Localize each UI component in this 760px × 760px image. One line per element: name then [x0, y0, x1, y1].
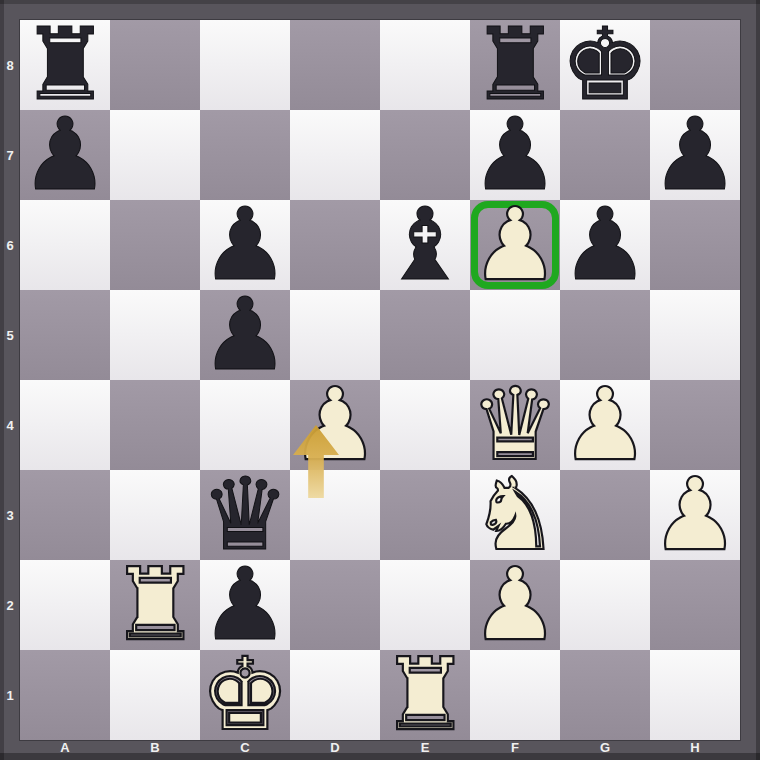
square-a4[interactable]: [20, 380, 110, 470]
piece-white-pawn[interactable]: ♟: [290, 380, 380, 470]
piece-white-pawn[interactable]: ♟: [560, 380, 650, 470]
piece-black-pawn[interactable]: ♟: [650, 110, 740, 200]
square-c5[interactable]: ♟: [200, 290, 290, 380]
square-b7[interactable]: [110, 110, 200, 200]
piece-white-king[interactable]: ♚: [200, 650, 290, 740]
square-d6[interactable]: [290, 200, 380, 290]
square-c1[interactable]: ♚: [200, 650, 290, 740]
square-d3[interactable]: [290, 470, 380, 560]
square-h1[interactable]: [650, 650, 740, 740]
square-d1[interactable]: [290, 650, 380, 740]
square-g1[interactable]: [560, 650, 650, 740]
square-b6[interactable]: [110, 200, 200, 290]
chess-board-frame: ♜♜♚♟♟♟♟♝♟♟♟♟♛♟♛♞♟♜♟♟♚♜ 87654321 ABCDEFGH: [0, 0, 760, 760]
square-h2[interactable]: [650, 560, 740, 650]
square-a7[interactable]: ♟: [20, 110, 110, 200]
rank-label-3: 3: [0, 470, 20, 560]
square-a6[interactable]: [20, 200, 110, 290]
square-a5[interactable]: [20, 290, 110, 380]
square-f2[interactable]: ♟: [470, 560, 560, 650]
file-label-g: G: [560, 740, 650, 760]
piece-white-rook[interactable]: ♜: [110, 560, 200, 650]
piece-black-pawn[interactable]: ♟: [560, 200, 650, 290]
square-e3[interactable]: [380, 470, 470, 560]
piece-black-pawn[interactable]: ♟: [20, 110, 110, 200]
piece-black-king[interactable]: ♚: [560, 20, 650, 110]
rank-label-2: 2: [0, 560, 20, 650]
chess-board: ♜♜♚♟♟♟♟♝♟♟♟♟♛♟♛♞♟♜♟♟♚♜: [20, 20, 740, 740]
rank-label-8: 8: [0, 20, 20, 110]
square-d2[interactable]: [290, 560, 380, 650]
file-label-h: H: [650, 740, 740, 760]
square-b1[interactable]: [110, 650, 200, 740]
square-g8[interactable]: ♚: [560, 20, 650, 110]
square-e8[interactable]: [380, 20, 470, 110]
square-g4[interactable]: ♟: [560, 380, 650, 470]
square-g6[interactable]: ♟: [560, 200, 650, 290]
square-e4[interactable]: [380, 380, 470, 470]
file-label-a: A: [20, 740, 110, 760]
square-a2[interactable]: [20, 560, 110, 650]
square-h3[interactable]: ♟: [650, 470, 740, 560]
square-e5[interactable]: [380, 290, 470, 380]
piece-black-pawn[interactable]: ♟: [200, 290, 290, 380]
file-label-b: B: [110, 740, 200, 760]
square-d7[interactable]: [290, 110, 380, 200]
square-f6[interactable]: ♟: [470, 200, 560, 290]
square-b8[interactable]: [110, 20, 200, 110]
square-h7[interactable]: ♟: [650, 110, 740, 200]
square-g2[interactable]: [560, 560, 650, 650]
piece-white-rook[interactable]: ♜: [380, 650, 470, 740]
rank-label-1: 1: [0, 650, 20, 740]
rank-label-6: 6: [0, 200, 20, 290]
square-f1[interactable]: [470, 650, 560, 740]
rank-label-4: 4: [0, 380, 20, 470]
rank-label-5: 5: [0, 290, 20, 380]
square-a1[interactable]: [20, 650, 110, 740]
square-a3[interactable]: [20, 470, 110, 560]
square-g3[interactable]: [560, 470, 650, 560]
rank-label-7: 7: [0, 110, 20, 200]
square-b4[interactable]: [110, 380, 200, 470]
square-e1[interactable]: ♜: [380, 650, 470, 740]
square-h5[interactable]: [650, 290, 740, 380]
piece-white-pawn[interactable]: ♟: [470, 560, 560, 650]
square-c8[interactable]: [200, 20, 290, 110]
square-b2[interactable]: ♜: [110, 560, 200, 650]
piece-white-pawn[interactable]: ♟: [470, 200, 560, 290]
file-label-d: D: [290, 740, 380, 760]
square-d4[interactable]: ♟: [290, 380, 380, 470]
square-b5[interactable]: [110, 290, 200, 380]
square-e6[interactable]: ♝: [380, 200, 470, 290]
file-label-f: F: [470, 740, 560, 760]
square-h6[interactable]: [650, 200, 740, 290]
piece-black-bishop[interactable]: ♝: [380, 200, 470, 290]
square-d8[interactable]: [290, 20, 380, 110]
piece-white-pawn[interactable]: ♟: [650, 470, 740, 560]
